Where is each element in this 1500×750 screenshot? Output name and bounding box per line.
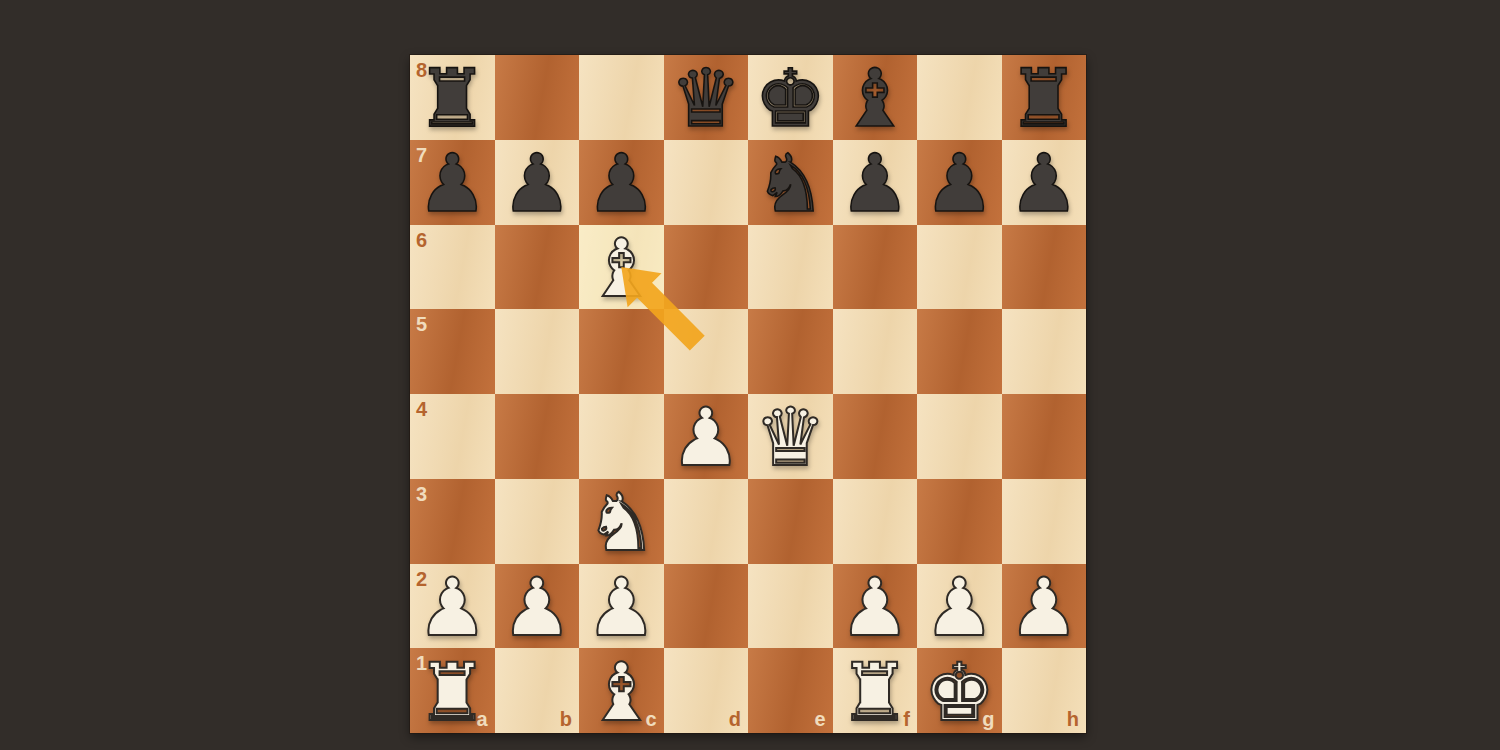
square-a2[interactable]: 2♟: [410, 564, 495, 649]
square-c2[interactable]: ♟: [579, 564, 664, 649]
square-g4[interactable]: [917, 394, 1002, 479]
piece-white-rook-f1[interactable]: ♜: [833, 650, 918, 735]
square-e3[interactable]: [748, 479, 833, 564]
piece-black-pawn-b7[interactable]: ♟: [495, 142, 580, 227]
square-e5[interactable]: [748, 309, 833, 394]
square-b8[interactable]: [495, 55, 580, 140]
piece-white-king-g1[interactable]: ♚: [917, 650, 1002, 735]
piece-white-pawn-d4[interactable]: ♟: [664, 396, 749, 481]
piece-black-rook-h8[interactable]: ♜: [1002, 57, 1087, 142]
piece-white-pawn-g2[interactable]: ♟: [917, 566, 1002, 651]
square-d8[interactable]: ♛: [664, 55, 749, 140]
square-c7[interactable]: ♟: [579, 140, 664, 225]
piece-white-pawn-c2[interactable]: ♟: [579, 566, 664, 651]
piece-white-bishop-c6[interactable]: ♝: [579, 227, 664, 312]
square-h6[interactable]: [1002, 225, 1087, 310]
square-e2[interactable]: [748, 564, 833, 649]
square-f1[interactable]: f♜: [833, 648, 918, 733]
piece-black-pawn-c7[interactable]: ♟: [579, 142, 664, 227]
piece-white-knight-c3[interactable]: ♞: [579, 481, 664, 566]
square-h1[interactable]: h: [1002, 648, 1087, 733]
square-e1[interactable]: e: [748, 648, 833, 733]
piece-white-bishop-c1[interactable]: ♝: [579, 650, 664, 735]
piece-black-pawn-a7[interactable]: ♟: [410, 142, 495, 227]
square-h8[interactable]: ♜: [1002, 55, 1087, 140]
rank-label-5: 5: [416, 313, 427, 336]
square-b5[interactable]: [495, 309, 580, 394]
square-a5[interactable]: 5: [410, 309, 495, 394]
square-d2[interactable]: [664, 564, 749, 649]
file-label-h: h: [1067, 708, 1079, 731]
square-b6[interactable]: [495, 225, 580, 310]
chess-board: 8♜♛♚♝♜7♟♟♟♞♟♟♟6♝54♟♛3♞2♟♟♟♟♟♟1a♜bc♝def♜g…: [410, 55, 1086, 733]
square-d6[interactable]: [664, 225, 749, 310]
square-e7[interactable]: ♞: [748, 140, 833, 225]
square-h3[interactable]: [1002, 479, 1087, 564]
square-c5[interactable]: [579, 309, 664, 394]
square-b3[interactable]: [495, 479, 580, 564]
square-h4[interactable]: [1002, 394, 1087, 479]
square-f6[interactable]: [833, 225, 918, 310]
piece-black-queen-d8[interactable]: ♛: [664, 57, 749, 142]
piece-white-pawn-f2[interactable]: ♟: [833, 566, 918, 651]
square-c8[interactable]: [579, 55, 664, 140]
square-d1[interactable]: d: [664, 648, 749, 733]
square-a1[interactable]: 1a♜: [410, 648, 495, 733]
rank-label-6: 6: [416, 229, 427, 252]
square-a7[interactable]: 7♟: [410, 140, 495, 225]
square-g1[interactable]: g♚: [917, 648, 1002, 733]
square-d3[interactable]: [664, 479, 749, 564]
square-h5[interactable]: [1002, 309, 1087, 394]
square-g5[interactable]: [917, 309, 1002, 394]
file-label-b: b: [560, 708, 572, 731]
square-f2[interactable]: ♟: [833, 564, 918, 649]
square-f7[interactable]: ♟: [833, 140, 918, 225]
square-b2[interactable]: ♟: [495, 564, 580, 649]
square-d7[interactable]: [664, 140, 749, 225]
square-g8[interactable]: [917, 55, 1002, 140]
square-c6[interactable]: ♝: [579, 225, 664, 310]
square-c3[interactable]: ♞: [579, 479, 664, 564]
square-f8[interactable]: ♝: [833, 55, 918, 140]
square-a8[interactable]: 8♜: [410, 55, 495, 140]
file-label-d: d: [729, 708, 741, 731]
square-f3[interactable]: [833, 479, 918, 564]
square-f5[interactable]: [833, 309, 918, 394]
file-label-e: e: [814, 708, 825, 731]
square-e8[interactable]: ♚: [748, 55, 833, 140]
piece-black-pawn-f7[interactable]: ♟: [833, 142, 918, 227]
square-c1[interactable]: c♝: [579, 648, 664, 733]
rank-label-3: 3: [416, 483, 427, 506]
square-b4[interactable]: [495, 394, 580, 479]
square-d4[interactable]: ♟: [664, 394, 749, 479]
square-a4[interactable]: 4: [410, 394, 495, 479]
square-a3[interactable]: 3: [410, 479, 495, 564]
square-b1[interactable]: b: [495, 648, 580, 733]
piece-black-bishop-f8[interactable]: ♝: [833, 57, 918, 142]
piece-white-pawn-a2[interactable]: ♟: [410, 566, 495, 651]
piece-white-pawn-h2[interactable]: ♟: [1002, 566, 1087, 651]
square-a6[interactable]: 6: [410, 225, 495, 310]
square-f4[interactable]: [833, 394, 918, 479]
rank-label-4: 4: [416, 398, 427, 421]
piece-black-knight-e7[interactable]: ♞: [748, 142, 833, 227]
square-e6[interactable]: [748, 225, 833, 310]
square-d5[interactable]: [664, 309, 749, 394]
square-g2[interactable]: ♟: [917, 564, 1002, 649]
piece-black-king-e8[interactable]: ♚: [748, 57, 833, 142]
square-h2[interactable]: ♟: [1002, 564, 1087, 649]
square-g7[interactable]: ♟: [917, 140, 1002, 225]
square-e4[interactable]: ♛: [748, 394, 833, 479]
square-c4[interactable]: [579, 394, 664, 479]
piece-black-pawn-g7[interactable]: ♟: [917, 142, 1002, 227]
piece-white-queen-e4[interactable]: ♛: [748, 396, 833, 481]
page-background: 8♜♛♚♝♜7♟♟♟♞♟♟♟6♝54♟♛3♞2♟♟♟♟♟♟1a♜bc♝def♜g…: [0, 0, 1500, 750]
square-g3[interactable]: [917, 479, 1002, 564]
piece-white-rook-a1[interactable]: ♜: [410, 650, 495, 735]
piece-black-pawn-h7[interactable]: ♟: [1002, 142, 1087, 227]
piece-white-pawn-b2[interactable]: ♟: [495, 566, 580, 651]
piece-black-rook-a8[interactable]: ♜: [410, 57, 495, 142]
square-h7[interactable]: ♟: [1002, 140, 1087, 225]
square-g6[interactable]: [917, 225, 1002, 310]
square-b7[interactable]: ♟: [495, 140, 580, 225]
